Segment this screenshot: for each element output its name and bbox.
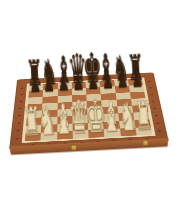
square-d1 [72, 130, 88, 139]
brass-clasp-left [71, 146, 76, 151]
chess-grid [25, 79, 153, 142]
square-c1 [57, 131, 73, 140]
folding-chessboard: ♜♞♝♛♚♝♞♜♟♟♟♟♟♟♟♟♟♟♟♟♟♟♟♟♜♞♝♛♚♝♞♜ [10, 31, 165, 186]
square-a1 [25, 133, 41, 142]
board-top-face [9, 72, 169, 149]
square-f1 [104, 128, 121, 137]
square-e1 [88, 129, 104, 138]
chess-set-product-photo: { "game": "chess", "position": "rnbqkbnr… [0, 0, 178, 222]
square-g1 [120, 128, 137, 137]
square-h1 [135, 127, 152, 136]
brass-clasp-right [143, 141, 148, 146]
square-b1 [41, 132, 57, 141]
chess-set-scene: ♜♞♝♛♚♝♞♜♟♟♟♟♟♟♟♟♟♟♟♟♟♟♟♟♜♞♝♛♚♝♞♜ [0, 0, 178, 222]
